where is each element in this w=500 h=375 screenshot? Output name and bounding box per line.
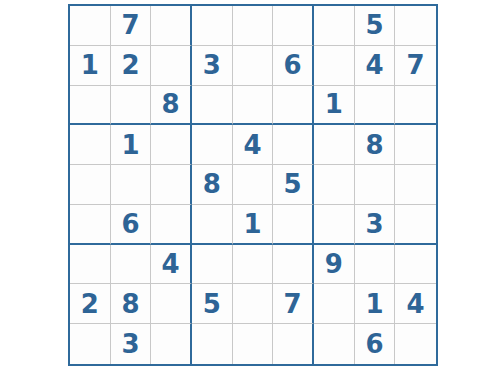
sudoku-cell-r8c4[interactable]: 5 — [192, 284, 233, 324]
sudoku-cell-r9c9[interactable] — [395, 324, 436, 364]
sudoku-cell-r3c5[interactable] — [233, 86, 274, 126]
sudoku-cell-r8c5[interactable] — [233, 284, 274, 324]
sudoku-cell-r5c6[interactable]: 5 — [273, 165, 314, 205]
sudoku-cell-r6c9[interactable] — [395, 205, 436, 245]
sudoku-cell-r1c9[interactable] — [395, 6, 436, 46]
sudoku-cell-r3c3[interactable]: 8 — [151, 86, 192, 126]
sudoku-cell-r7c1[interactable] — [70, 245, 111, 285]
sudoku-cell-r5c5[interactable] — [233, 165, 274, 205]
sudoku-cell-r3c7[interactable]: 1 — [314, 86, 355, 126]
sudoku-cell-r2c1[interactable]: 1 — [70, 46, 111, 86]
sudoku-cell-r7c9[interactable] — [395, 245, 436, 285]
sudoku-cell-r9c3[interactable] — [151, 324, 192, 364]
sudoku-cell-r2c6[interactable]: 6 — [273, 46, 314, 86]
sudoku-cell-r4c9[interactable] — [395, 125, 436, 165]
sudoku-cell-r1c3[interactable] — [151, 6, 192, 46]
sudoku-cell-r9c1[interactable] — [70, 324, 111, 364]
sudoku-cell-r2c2[interactable]: 2 — [111, 46, 152, 86]
sudoku-cell-r6c4[interactable] — [192, 205, 233, 245]
sudoku-cell-r7c3[interactable]: 4 — [151, 245, 192, 285]
sudoku-cell-r7c6[interactable] — [273, 245, 314, 285]
sudoku-cell-r3c1[interactable] — [70, 86, 111, 126]
sudoku-cell-r1c2[interactable]: 7 — [111, 6, 152, 46]
sudoku-cell-r1c4[interactable] — [192, 6, 233, 46]
sudoku-cell-r8c1[interactable]: 2 — [70, 284, 111, 324]
sudoku-cell-r7c2[interactable] — [111, 245, 152, 285]
sudoku-cell-r5c4[interactable]: 8 — [192, 165, 233, 205]
sudoku-cell-r1c7[interactable] — [314, 6, 355, 46]
sudoku-cell-r1c8[interactable]: 5 — [355, 6, 396, 46]
sudoku-cell-r6c2[interactable]: 6 — [111, 205, 152, 245]
sudoku-cell-r5c3[interactable] — [151, 165, 192, 205]
sudoku-cell-r2c4[interactable]: 3 — [192, 46, 233, 86]
sudoku-cell-r5c9[interactable] — [395, 165, 436, 205]
sudoku-cell-r5c7[interactable] — [314, 165, 355, 205]
sudoku-board: 7512364781148856134928571436 — [68, 4, 438, 366]
sudoku-cell-r4c4[interactable] — [192, 125, 233, 165]
sudoku-cell-r4c3[interactable] — [151, 125, 192, 165]
sudoku-cell-r5c8[interactable] — [355, 165, 396, 205]
sudoku-cell-r1c5[interactable] — [233, 6, 274, 46]
sudoku-cell-r1c6[interactable] — [273, 6, 314, 46]
sudoku-cell-r9c5[interactable] — [233, 324, 274, 364]
sudoku-cell-r3c8[interactable] — [355, 86, 396, 126]
sudoku-cell-r8c7[interactable] — [314, 284, 355, 324]
sudoku-cell-r8c6[interactable]: 7 — [273, 284, 314, 324]
sudoku-cell-r4c5[interactable]: 4 — [233, 125, 274, 165]
sudoku-cell-r9c7[interactable] — [314, 324, 355, 364]
sudoku-cell-r4c8[interactable]: 8 — [355, 125, 396, 165]
sudoku-cell-r6c1[interactable] — [70, 205, 111, 245]
sudoku-cell-r7c4[interactable] — [192, 245, 233, 285]
sudoku-cell-r3c9[interactable] — [395, 86, 436, 126]
sudoku-cell-r4c2[interactable]: 1 — [111, 125, 152, 165]
sudoku-cell-r2c7[interactable] — [314, 46, 355, 86]
sudoku-page: 7512364781148856134928571436 — [0, 0, 500, 375]
sudoku-cell-r9c2[interactable]: 3 — [111, 324, 152, 364]
sudoku-cell-r6c3[interactable] — [151, 205, 192, 245]
sudoku-cell-r9c8[interactable]: 6 — [355, 324, 396, 364]
sudoku-cell-r2c3[interactable] — [151, 46, 192, 86]
sudoku-cell-r4c1[interactable] — [70, 125, 111, 165]
sudoku-cell-r3c4[interactable] — [192, 86, 233, 126]
sudoku-cell-r8c2[interactable]: 8 — [111, 284, 152, 324]
sudoku-cell-r7c8[interactable] — [355, 245, 396, 285]
sudoku-cell-r7c7[interactable]: 9 — [314, 245, 355, 285]
sudoku-cell-r4c6[interactable] — [273, 125, 314, 165]
sudoku-cell-r9c6[interactable] — [273, 324, 314, 364]
sudoku-cell-r6c5[interactable]: 1 — [233, 205, 274, 245]
sudoku-cell-r5c2[interactable] — [111, 165, 152, 205]
sudoku-cell-r7c5[interactable] — [233, 245, 274, 285]
sudoku-cell-r9c4[interactable] — [192, 324, 233, 364]
sudoku-cell-r6c6[interactable] — [273, 205, 314, 245]
sudoku-cell-r2c9[interactable]: 7 — [395, 46, 436, 86]
sudoku-cell-r1c1[interactable] — [70, 6, 111, 46]
sudoku-cell-r8c3[interactable] — [151, 284, 192, 324]
sudoku-cell-r3c6[interactable] — [273, 86, 314, 126]
sudoku-cell-r6c8[interactable]: 3 — [355, 205, 396, 245]
sudoku-cell-r6c7[interactable] — [314, 205, 355, 245]
sudoku-cell-r2c5[interactable] — [233, 46, 274, 86]
sudoku-cell-r8c9[interactable]: 4 — [395, 284, 436, 324]
sudoku-cell-r8c8[interactable]: 1 — [355, 284, 396, 324]
sudoku-cell-r5c1[interactable] — [70, 165, 111, 205]
sudoku-cell-r2c8[interactable]: 4 — [355, 46, 396, 86]
sudoku-cell-r3c2[interactable] — [111, 86, 152, 126]
sudoku-cell-r4c7[interactable] — [314, 125, 355, 165]
